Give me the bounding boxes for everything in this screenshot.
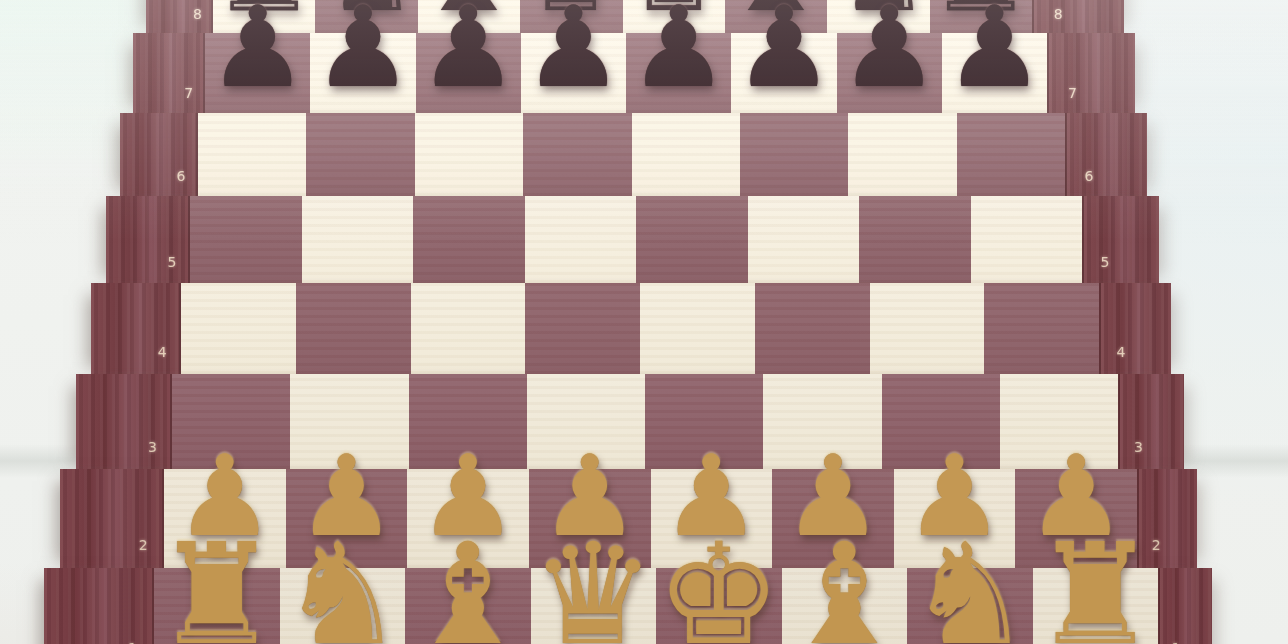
rank-coordinate-label-right: 3 [1134,440,1143,454]
square-d6[interactable] [523,113,631,196]
square-g5[interactable] [859,196,971,283]
board-border-right-rank-4: 4 [1099,283,1171,374]
square-c4[interactable] [411,283,526,374]
piece-white-knight-b1[interactable]: ♞ [279,525,405,644]
rank-coordinate-label-left: 3 [148,440,157,454]
rank-coordinate-label-left: 6 [176,169,185,183]
piece-black-pawn-a7[interactable]: ♟ [207,0,307,103]
square-f1[interactable]: ♝ [782,568,908,644]
board-rank-row-7: 7♟♟♟♟♟♟♟♟7 [133,33,1135,113]
rank-coordinate-label-right: 5 [1101,255,1110,269]
piece-white-rook-a1[interactable]: ♜ [154,525,280,644]
rank-coordinate-label-left: 8 [193,7,202,21]
square-e6[interactable] [632,113,740,196]
piece-black-pawn-g7[interactable]: ♟ [839,0,939,103]
board-rank-row-5: 55 [106,196,1159,283]
piece-white-queen-d1[interactable]: ♛ [530,525,656,644]
square-h4[interactable] [984,283,1099,374]
square-d1[interactable]: ♛ [531,568,657,644]
board-rank-row-1: 1♜♞♝♛♚♝♞♜1 [44,568,1212,644]
square-g7[interactable]: ♟ [837,33,942,113]
square-f5[interactable] [748,196,860,283]
board-border-left-rank-7: 7 [133,33,205,113]
piece-white-bishop-c1[interactable]: ♝ [405,525,531,644]
square-b5[interactable] [302,196,414,283]
rank-coordinate-label-right: 8 [1054,7,1063,21]
board-border-right-rank-8: 8 [1032,0,1124,33]
piece-white-rook-h1[interactable]: ♜ [1032,525,1158,644]
square-e4[interactable] [640,283,755,374]
square-g4[interactable] [870,283,985,374]
square-g6[interactable] [848,113,956,196]
rank-coordinate-label-left: 2 [139,538,148,552]
rank-coordinate-label-left: 1 [128,641,137,644]
board-border-right-rank-6: 6 [1065,113,1147,196]
square-h5[interactable] [971,196,1083,283]
piece-white-king-e1[interactable]: ♚ [656,525,782,644]
rank-coordinate-label-right: 7 [1068,86,1077,100]
square-d4[interactable] [525,283,640,374]
piece-black-pawn-h7[interactable]: ♟ [944,0,1044,103]
board-border-right-rank-5: 5 [1082,196,1159,283]
square-c7[interactable]: ♟ [416,33,521,113]
square-a7[interactable]: ♟ [205,33,310,113]
rank-coordinate-label-left: 4 [158,345,167,359]
board-rank-row-4: 44 [91,283,1171,374]
square-b7[interactable]: ♟ [310,33,415,113]
piece-black-pawn-c7[interactable]: ♟ [418,0,518,103]
square-b4[interactable] [296,283,411,374]
square-d7[interactable]: ♟ [521,33,626,113]
board-border-left-rank-8: 8 [146,0,213,33]
square-b6[interactable] [306,113,414,196]
square-b1[interactable]: ♞ [280,568,406,644]
rank-coordinate-label-right: 4 [1116,345,1125,359]
piece-white-knight-g1[interactable]: ♞ [907,525,1033,644]
board-border-left-rank-3: 3 [76,374,172,469]
square-a4[interactable] [181,283,296,374]
board-rank-row-6: 66 [120,113,1147,196]
rank-coordinate-label-left: 5 [168,255,177,269]
square-d5[interactable] [525,196,637,283]
square-e5[interactable] [636,196,748,283]
board-border-right-rank-7: 7 [1047,33,1135,113]
board-border-left-rank-4: 4 [91,283,181,374]
piece-black-pawn-d7[interactable]: ♟ [523,0,623,103]
rank-coordinate-label-right: 6 [1085,169,1094,183]
square-a1[interactable]: ♜ [154,568,280,644]
square-f6[interactable] [740,113,848,196]
square-h7[interactable]: ♟ [942,33,1047,113]
square-a6[interactable] [198,113,306,196]
board-border-left-rank-2: 2 [60,469,164,568]
board-border-left-rank-6: 6 [120,113,198,196]
square-e1[interactable]: ♚ [656,568,782,644]
piece-white-bishop-f1[interactable]: ♝ [781,525,907,644]
square-f4[interactable] [755,283,870,374]
square-c1[interactable]: ♝ [405,568,531,644]
board-border-right-rank-1: 1 [1158,568,1212,644]
piece-black-pawn-e7[interactable]: ♟ [628,0,728,103]
square-c5[interactable] [413,196,525,283]
rank-coordinate-label-right: 1 [1171,641,1180,644]
rank-coordinate-label-left: 7 [184,86,193,100]
board-photo: 8♜♞♝♛♚♝♞♜87♟♟♟♟♟♟♟♟7665544332♟♟♟♟♟♟♟♟21♜… [0,0,1288,644]
square-h6[interactable] [957,113,1065,196]
board-border-left-rank-5: 5 [106,196,190,283]
piece-black-pawn-b7[interactable]: ♟ [313,0,413,103]
board-border-left-rank-1: 1 [44,568,154,644]
square-g1[interactable]: ♞ [907,568,1033,644]
board-border-right-rank-3: 3 [1118,374,1184,469]
square-e7[interactable]: ♟ [626,33,731,113]
square-c6[interactable] [415,113,523,196]
square-h1[interactable]: ♜ [1033,568,1159,644]
square-a5[interactable] [190,196,302,283]
square-f7[interactable]: ♟ [731,33,836,113]
piece-black-pawn-f7[interactable]: ♟ [734,0,834,103]
